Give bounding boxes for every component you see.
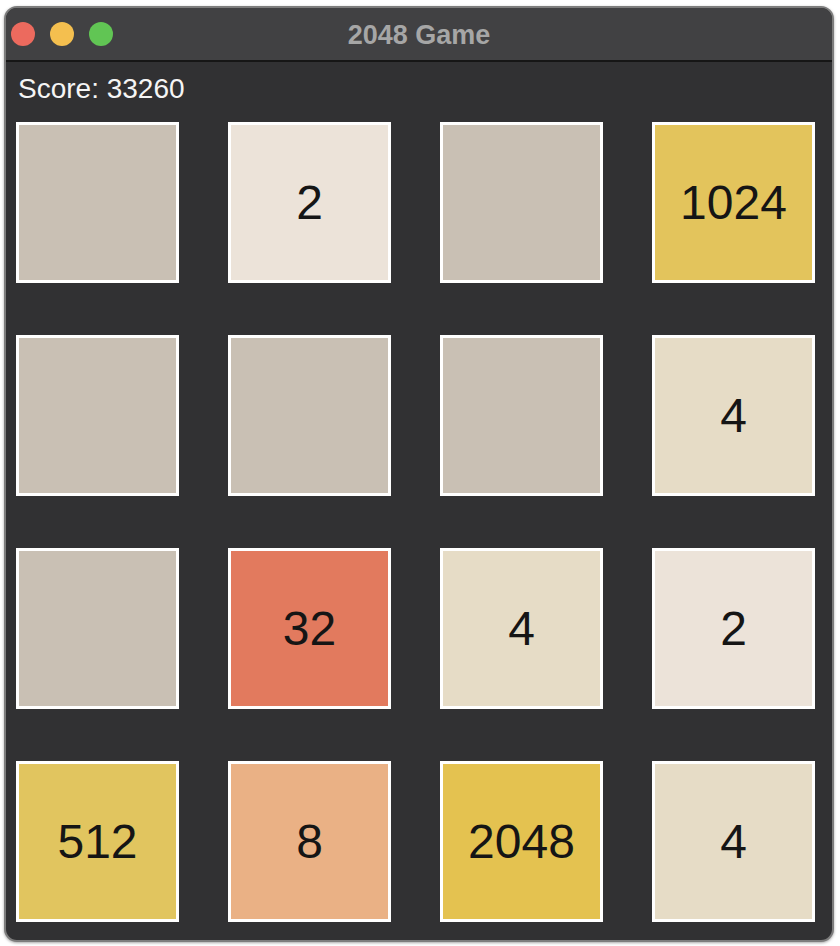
tile-512: 512 <box>16 761 179 922</box>
tile-8: 8 <box>228 761 391 922</box>
tile-32: 32 <box>228 548 391 709</box>
game-window: 2048 Game Score: 33260 21024432425128204… <box>4 6 834 942</box>
tile-4: 4 <box>440 548 603 709</box>
tile-1024: 1024 <box>652 122 815 283</box>
score-label: Score: 33260 <box>6 62 832 122</box>
tile-empty <box>16 548 179 709</box>
tile-2048: 2048 <box>440 761 603 922</box>
tile-empty <box>16 335 179 496</box>
tile-empty <box>440 122 603 283</box>
tile-empty <box>228 335 391 496</box>
window-title: 2048 Game <box>6 8 832 60</box>
game-content: Score: 33260 2102443242512820484 <box>6 62 832 922</box>
tile-empty <box>16 122 179 283</box>
screenshot-background: 2048 Game Score: 33260 21024432425128204… <box>0 0 840 946</box>
tile-4: 4 <box>652 335 815 496</box>
game-board: 2102443242512820484 <box>16 122 815 922</box>
titlebar[interactable]: 2048 Game <box>6 8 832 62</box>
tile-2: 2 <box>652 548 815 709</box>
tile-empty <box>440 335 603 496</box>
tile-2: 2 <box>228 122 391 283</box>
tile-4: 4 <box>652 761 815 922</box>
